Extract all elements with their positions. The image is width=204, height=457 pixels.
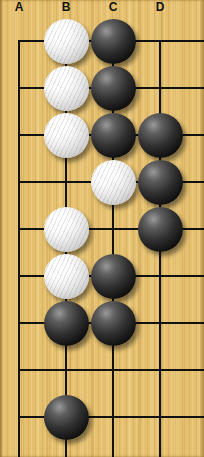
- intersection-B7[interactable]: [43, 300, 90, 347]
- intersection-D7[interactable]: [137, 300, 184, 347]
- stone-white: [44, 254, 89, 299]
- intersection-B4[interactable]: [43, 159, 90, 206]
- intersection-A3[interactable]: [0, 112, 43, 159]
- intersection-C6[interactable]: [90, 253, 137, 300]
- coord-label-C: C: [104, 0, 122, 15]
- intersection-B5[interactable]: [43, 206, 90, 253]
- intersection-B6[interactable]: [43, 253, 90, 300]
- intersection-B3[interactable]: [43, 112, 90, 159]
- intersection-D8[interactable]: [137, 347, 184, 394]
- intersection-B1[interactable]: [43, 18, 90, 65]
- intersection-C8[interactable]: [90, 347, 137, 394]
- stone-white: [44, 113, 89, 158]
- intersection-C1[interactable]: [90, 18, 137, 65]
- intersection-C4[interactable]: [90, 159, 137, 206]
- go-board: ABCD: [0, 0, 204, 457]
- intersection-C9[interactable]: [90, 394, 137, 441]
- intersection-C5[interactable]: [90, 206, 137, 253]
- stone-white: [44, 19, 89, 64]
- stone-black: [44, 301, 89, 346]
- intersection-A1[interactable]: [0, 18, 43, 65]
- intersection-D2[interactable]: [137, 65, 184, 112]
- intersection-A7[interactable]: [0, 300, 43, 347]
- intersection-D5[interactable]: [137, 206, 184, 253]
- coord-label-B: B: [57, 0, 75, 15]
- intersection-B9[interactable]: [43, 394, 90, 441]
- stone-black: [91, 19, 136, 64]
- stone-black: [91, 301, 136, 346]
- intersection-C7[interactable]: [90, 300, 137, 347]
- intersection-D9[interactable]: [137, 394, 184, 441]
- intersection-C2[interactable]: [90, 65, 137, 112]
- board-grid: [0, 18, 184, 441]
- intersection-A4[interactable]: [0, 159, 43, 206]
- stone-white: [44, 66, 89, 111]
- stone-black: [44, 395, 89, 440]
- intersection-D4[interactable]: [137, 159, 184, 206]
- intersection-A2[interactable]: [0, 65, 43, 112]
- stone-black: [138, 160, 183, 205]
- intersection-A6[interactable]: [0, 253, 43, 300]
- intersection-C3[interactable]: [90, 112, 137, 159]
- intersection-A8[interactable]: [0, 347, 43, 394]
- intersection-A9[interactable]: [0, 394, 43, 441]
- intersection-B8[interactable]: [43, 347, 90, 394]
- coord-label-A: A: [10, 0, 28, 15]
- coord-label-D: D: [151, 0, 169, 15]
- stone-white: [91, 160, 136, 205]
- stone-black: [138, 113, 183, 158]
- intersection-B2[interactable]: [43, 65, 90, 112]
- intersection-D6[interactable]: [137, 253, 184, 300]
- intersection-D3[interactable]: [137, 112, 184, 159]
- coordinate-labels: ABCD: [0, 0, 204, 16]
- stone-black: [91, 66, 136, 111]
- stone-black: [91, 113, 136, 158]
- intersection-A5[interactable]: [0, 206, 43, 253]
- intersection-D1[interactable]: [137, 18, 184, 65]
- stone-black: [138, 207, 183, 252]
- stone-white: [44, 207, 89, 252]
- stone-black: [91, 254, 136, 299]
